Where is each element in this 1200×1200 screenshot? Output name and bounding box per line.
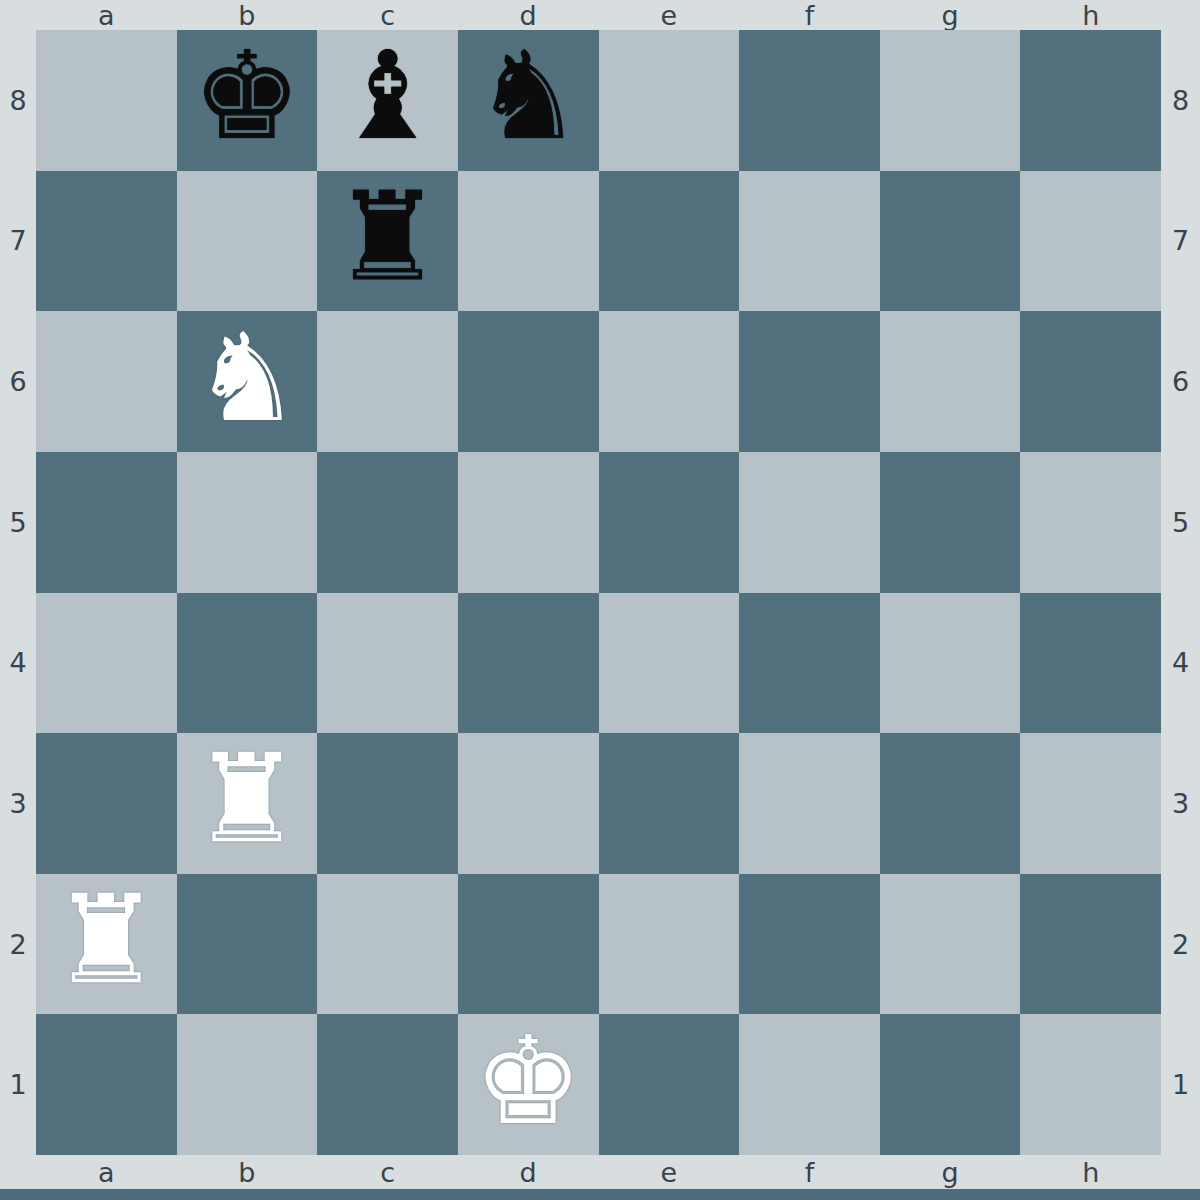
rank-labels-right: 87654321 xyxy=(1161,30,1200,1155)
white-king[interactable]: ♚ xyxy=(474,1020,583,1142)
square-e5[interactable] xyxy=(599,452,740,593)
rank-label-right-8: 8 xyxy=(1161,30,1200,171)
square-f8[interactable] xyxy=(739,30,880,171)
rank-label-left-1: 1 xyxy=(0,1014,36,1155)
file-label-bottom-a: a xyxy=(36,1155,177,1189)
white-knight[interactable]: ♞ xyxy=(192,317,301,439)
square-g1[interactable] xyxy=(880,1014,1021,1155)
file-label-bottom-d: d xyxy=(458,1155,599,1189)
file-labels-bottom: abcdefgh xyxy=(36,1155,1161,1189)
square-e4[interactable] xyxy=(599,593,740,734)
rank-label-right-4: 4 xyxy=(1161,593,1200,734)
file-labels-top: abcdefgh xyxy=(36,0,1161,30)
file-label-bottom-e: e xyxy=(599,1155,740,1189)
file-label-top-a: a xyxy=(36,0,177,30)
square-g5[interactable] xyxy=(880,452,1021,593)
square-d6[interactable] xyxy=(458,311,599,452)
square-c4[interactable] xyxy=(317,593,458,734)
file-label-top-e: e xyxy=(599,0,740,30)
rank-label-left-4: 4 xyxy=(0,593,36,734)
square-a4[interactable] xyxy=(36,593,177,734)
square-f2[interactable] xyxy=(739,874,880,1015)
file-label-bottom-c: c xyxy=(317,1155,458,1189)
file-label-bottom-g: g xyxy=(880,1155,1021,1189)
file-label-top-b: b xyxy=(177,0,318,30)
square-c7[interactable]: ♜ xyxy=(317,171,458,312)
square-b4[interactable] xyxy=(177,593,318,734)
square-b6[interactable]: ♞ xyxy=(177,311,318,452)
square-e8[interactable] xyxy=(599,30,740,171)
square-c8[interactable]: ♝ xyxy=(317,30,458,171)
chess-app-frame: abcdefgh 87654321 ♚♝♞♜♞♜♜♚ 87654321 abcd… xyxy=(0,0,1200,1200)
square-f5[interactable] xyxy=(739,452,880,593)
square-g7[interactable] xyxy=(880,171,1021,312)
square-d5[interactable] xyxy=(458,452,599,593)
square-c5[interactable] xyxy=(317,452,458,593)
rank-label-right-6: 6 xyxy=(1161,311,1200,452)
square-h3[interactable] xyxy=(1020,733,1161,874)
square-h2[interactable] xyxy=(1020,874,1161,1015)
square-h4[interactable] xyxy=(1020,593,1161,734)
square-g3[interactable] xyxy=(880,733,1021,874)
square-h5[interactable] xyxy=(1020,452,1161,593)
square-f6[interactable] xyxy=(739,311,880,452)
square-b2[interactable] xyxy=(177,874,318,1015)
rank-labels-left: 87654321 xyxy=(0,30,36,1155)
rank-label-left-7: 7 xyxy=(0,171,36,312)
square-e7[interactable] xyxy=(599,171,740,312)
file-label-top-f: f xyxy=(739,0,880,30)
square-e3[interactable] xyxy=(599,733,740,874)
file-label-bottom-f: f xyxy=(739,1155,880,1189)
square-a3[interactable] xyxy=(36,733,177,874)
square-e1[interactable] xyxy=(599,1014,740,1155)
rank-label-right-2: 2 xyxy=(1161,874,1200,1015)
square-d7[interactable] xyxy=(458,171,599,312)
square-a7[interactable] xyxy=(36,171,177,312)
square-g6[interactable] xyxy=(880,311,1021,452)
rank-label-left-2: 2 xyxy=(0,874,36,1015)
square-h8[interactable] xyxy=(1020,30,1161,171)
file-label-bottom-h: h xyxy=(1020,1155,1161,1189)
rank-label-left-5: 5 xyxy=(0,452,36,593)
square-e2[interactable] xyxy=(599,874,740,1015)
square-f4[interactable] xyxy=(739,593,880,734)
square-h6[interactable] xyxy=(1020,311,1161,452)
square-h1[interactable] xyxy=(1020,1014,1161,1155)
square-c3[interactable] xyxy=(317,733,458,874)
file-label-top-h: h xyxy=(1020,0,1161,30)
square-f3[interactable] xyxy=(739,733,880,874)
square-a6[interactable] xyxy=(36,311,177,452)
black-knight[interactable]: ♞ xyxy=(474,35,583,157)
square-d8[interactable]: ♞ xyxy=(458,30,599,171)
rank-label-left-8: 8 xyxy=(0,30,36,171)
square-a2[interactable]: ♜ xyxy=(36,874,177,1015)
rank-label-right-5: 5 xyxy=(1161,452,1200,593)
square-c1[interactable] xyxy=(317,1014,458,1155)
square-a1[interactable] xyxy=(36,1014,177,1155)
rank-label-right-1: 1 xyxy=(1161,1014,1200,1155)
black-rook[interactable]: ♜ xyxy=(333,176,442,298)
square-b3[interactable]: ♜ xyxy=(177,733,318,874)
file-label-top-c: c xyxy=(317,0,458,30)
square-g2[interactable] xyxy=(880,874,1021,1015)
bottom-edge-strip xyxy=(0,1189,1200,1200)
chess-board: ♚♝♞♜♞♜♜♚ xyxy=(36,30,1161,1155)
square-d2[interactable] xyxy=(458,874,599,1015)
rank-label-left-6: 6 xyxy=(0,311,36,452)
white-rook[interactable]: ♜ xyxy=(192,738,301,860)
square-a5[interactable] xyxy=(36,452,177,593)
file-label-top-d: d xyxy=(458,0,599,30)
file-label-top-g: g xyxy=(880,0,1021,30)
square-h7[interactable] xyxy=(1020,171,1161,312)
square-g4[interactable] xyxy=(880,593,1021,734)
square-d1[interactable]: ♚ xyxy=(458,1014,599,1155)
black-bishop[interactable]: ♝ xyxy=(333,35,442,157)
rank-label-right-3: 3 xyxy=(1161,733,1200,874)
square-b8[interactable]: ♚ xyxy=(177,30,318,171)
square-c2[interactable] xyxy=(317,874,458,1015)
square-d4[interactable] xyxy=(458,593,599,734)
rank-label-right-7: 7 xyxy=(1161,171,1200,312)
square-a8[interactable] xyxy=(36,30,177,171)
square-f7[interactable] xyxy=(739,171,880,312)
white-rook[interactable]: ♜ xyxy=(52,879,161,1001)
square-f1[interactable] xyxy=(739,1014,880,1155)
square-b5[interactable] xyxy=(177,452,318,593)
rank-label-left-3: 3 xyxy=(0,733,36,874)
square-b7[interactable] xyxy=(177,171,318,312)
square-g8[interactable] xyxy=(880,30,1021,171)
square-c6[interactable] xyxy=(317,311,458,452)
black-king[interactable]: ♚ xyxy=(192,35,301,157)
square-d3[interactable] xyxy=(458,733,599,874)
file-label-bottom-b: b xyxy=(177,1155,318,1189)
square-e6[interactable] xyxy=(599,311,740,452)
square-b1[interactable] xyxy=(177,1014,318,1155)
